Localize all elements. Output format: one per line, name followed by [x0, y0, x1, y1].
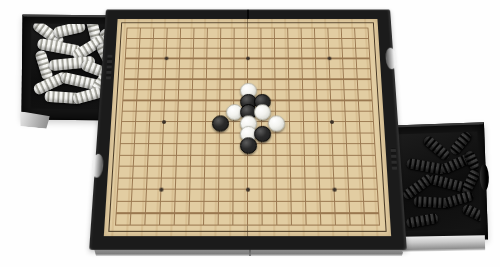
- black-stone-stack[interactable]: [422, 135, 451, 162]
- black-stone-tray-interior: [395, 132, 480, 232]
- hoshi-point: [159, 188, 163, 192]
- hoshi-point: [245, 188, 249, 192]
- hoshi-point: [246, 57, 250, 61]
- black-stone[interactable]: [254, 126, 271, 142]
- hoshi-point: [332, 188, 336, 192]
- hoshi-point: [161, 120, 165, 124]
- hoshi-point: [327, 57, 331, 61]
- black-stone-stack[interactable]: [461, 203, 481, 223]
- white-stone[interactable]: [254, 104, 271, 120]
- embossed-brand-mark-icon: [106, 55, 112, 79]
- black-stone-stack[interactable]: [406, 213, 439, 228]
- hoshi-point: [329, 120, 333, 124]
- black-stone[interactable]: [212, 115, 229, 131]
- board-grid[interactable]: [115, 28, 380, 226]
- black-stone-stack[interactable]: [461, 168, 480, 194]
- go-set-photo-scene: [0, 0, 500, 267]
- white-stone[interactable]: [268, 115, 285, 131]
- go-board: [89, 9, 407, 249]
- right-drawer-front-face: [402, 235, 485, 252]
- left-drawer-front-edge: [19, 111, 50, 129]
- board-frame: [89, 9, 407, 249]
- frame-grip-notch-right-icon[interactable]: [385, 48, 397, 69]
- white-stone-stack[interactable]: [53, 24, 87, 39]
- black-stone[interactable]: [240, 137, 257, 154]
- hoshi-point: [164, 57, 168, 61]
- embossed-brand-mark-icon: [391, 148, 398, 170]
- board-surface[interactable]: [104, 19, 391, 236]
- drawer-grip-notch-icon[interactable]: [479, 164, 489, 190]
